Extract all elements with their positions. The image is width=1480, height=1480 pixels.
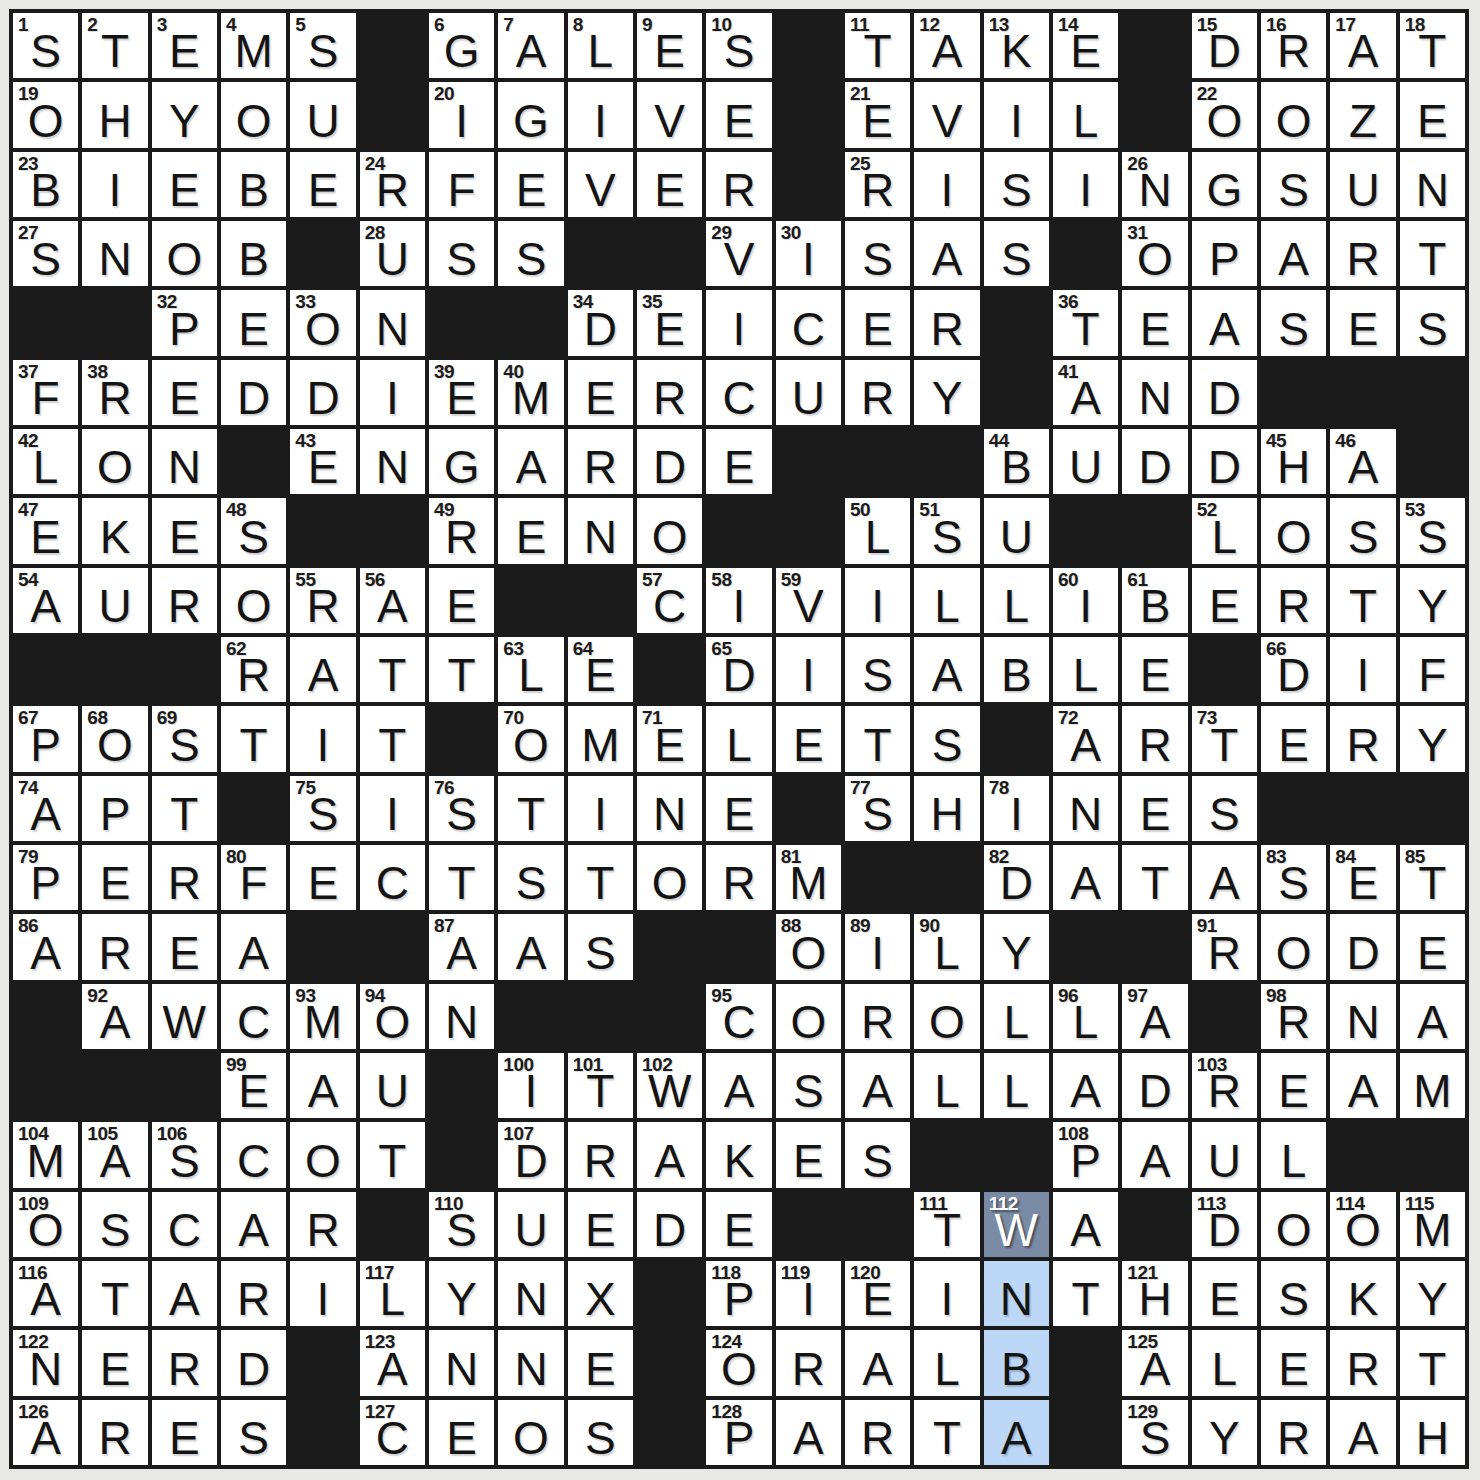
grid-cell-r6c1[interactable]: 37F [13, 360, 78, 425]
grid-cell-r15c2[interactable]: 92A [82, 984, 147, 1049]
grid-cell-r16c13[interactable]: A [845, 1053, 910, 1118]
grid-cell-r8c3[interactable]: E [152, 498, 217, 563]
grid-cell-r7c1[interactable]: 42L [13, 429, 78, 494]
grid-cell-r6c10[interactable]: R [637, 360, 702, 425]
grid-cell-r6c2[interactable]: 38R [82, 360, 147, 425]
grid-cell-r4c14[interactable]: A [914, 221, 979, 286]
grid-cell-r3c4[interactable]: B [221, 152, 286, 217]
grid-cell-r5c4[interactable]: E [221, 290, 286, 355]
grid-cell-r5c17[interactable]: E [1122, 290, 1187, 355]
grid-cell-r10c16[interactable]: L [1053, 637, 1118, 702]
grid-cell-r19c11[interactable]: 118P [706, 1261, 771, 1326]
grid-cell-r15c20[interactable]: N [1330, 984, 1395, 1049]
grid-cell-r12c18[interactable]: S [1192, 776, 1257, 841]
grid-cell-r5c19[interactable]: S [1261, 290, 1326, 355]
grid-cell-r17c18[interactable]: U [1192, 1122, 1257, 1187]
grid-cell-r20c2[interactable]: E [82, 1330, 147, 1395]
grid-cell-r11c17[interactable]: R [1122, 706, 1187, 771]
grid-cell-r14c21[interactable]: E [1400, 914, 1465, 979]
grid-cell-r10c6[interactable]: T [360, 637, 425, 702]
grid-cell-r12c2[interactable]: P [82, 776, 147, 841]
grid-cell-r4c2[interactable]: N [82, 221, 147, 286]
grid-cell-r14c1[interactable]: 86A [13, 914, 78, 979]
grid-cell-r18c8[interactable]: U [498, 1192, 563, 1257]
grid-cell-r5c9[interactable]: 34D [568, 290, 633, 355]
grid-cell-r3c2[interactable]: I [82, 152, 147, 217]
grid-cell-r10c11[interactable]: 65D [706, 637, 771, 702]
grid-cell-r9c10[interactable]: 57C [637, 568, 702, 633]
grid-cell-r3c19[interactable]: S [1261, 152, 1326, 217]
grid-cell-r7c7[interactable]: G [429, 429, 494, 494]
grid-cell-r17c11[interactable]: K [706, 1122, 771, 1187]
grid-cell-r16c17[interactable]: D [1122, 1053, 1187, 1118]
grid-cell-r16c15[interactable]: L [984, 1053, 1049, 1118]
grid-cell-r3c6[interactable]: 24R [360, 152, 425, 217]
grid-cell-r6c5[interactable]: D [290, 360, 355, 425]
grid-cell-r21c21[interactable]: H [1400, 1400, 1465, 1465]
grid-cell-r13c21[interactable]: 85T [1400, 845, 1465, 910]
grid-cell-r21c2[interactable]: R [82, 1400, 147, 1465]
grid-cell-r4c18[interactable]: P [1192, 221, 1257, 286]
grid-cell-r1c19[interactable]: 16R [1261, 13, 1326, 78]
grid-cell-r11c18[interactable]: 73T [1192, 706, 1257, 771]
grid-cell-r7c19[interactable]: 45H [1261, 429, 1326, 494]
grid-cell-r20c9[interactable]: E [568, 1330, 633, 1395]
grid-cell-r6c6[interactable]: I [360, 360, 425, 425]
grid-cell-r21c9[interactable]: S [568, 1400, 633, 1465]
grid-cell-r7c5[interactable]: 43E [290, 429, 355, 494]
grid-cell-r19c16[interactable]: T [1053, 1261, 1118, 1326]
grid-cell-r20c11[interactable]: 124O [706, 1330, 771, 1395]
grid-cell-r3c21[interactable]: N [1400, 152, 1465, 217]
grid-cell-r14c3[interactable]: E [152, 914, 217, 979]
grid-cell-r3c1[interactable]: 23B [13, 152, 78, 217]
grid-cell-r3c16[interactable]: I [1053, 152, 1118, 217]
grid-cell-r10c17[interactable]: E [1122, 637, 1187, 702]
grid-cell-r20c3[interactable]: R [152, 1330, 217, 1395]
grid-cell-r5c21[interactable]: S [1400, 290, 1465, 355]
grid-cell-r8c13[interactable]: 50L [845, 498, 910, 563]
grid-cell-r14c14[interactable]: 90L [914, 914, 979, 979]
grid-cell-r10c21[interactable]: F [1400, 637, 1465, 702]
grid-cell-r13c4[interactable]: 80F [221, 845, 286, 910]
grid-cell-r15c21[interactable]: A [1400, 984, 1465, 1049]
grid-cell-r8c4[interactable]: 48S [221, 498, 286, 563]
grid-cell-r21c7[interactable]: E [429, 1400, 494, 1465]
grid-cell-r9c16[interactable]: 60I [1053, 568, 1118, 633]
grid-cell-r9c15[interactable]: L [984, 568, 1049, 633]
grid-cell-r2c20[interactable]: Z [1330, 82, 1395, 147]
grid-cell-r13c1[interactable]: 79P [13, 845, 78, 910]
grid-cell-r3c18[interactable]: G [1192, 152, 1257, 217]
grid-cell-r14c15[interactable]: Y [984, 914, 1049, 979]
grid-cell-r16c8[interactable]: 100I [498, 1053, 563, 1118]
grid-cell-r13c7[interactable]: T [429, 845, 494, 910]
grid-cell-r13c15[interactable]: 82D [984, 845, 1049, 910]
grid-cell-r12c14[interactable]: H [914, 776, 979, 841]
grid-cell-r2c7[interactable]: 20I [429, 82, 494, 147]
grid-cell-r13c20[interactable]: 84E [1330, 845, 1395, 910]
grid-cell-r13c18[interactable]: A [1192, 845, 1257, 910]
grid-cell-r6c17[interactable]: N [1122, 360, 1187, 425]
grid-cell-r4c8[interactable]: S [498, 221, 563, 286]
grid-cell-r12c17[interactable]: E [1122, 776, 1187, 841]
grid-cell-r2c3[interactable]: Y [152, 82, 217, 147]
grid-cell-r13c19[interactable]: 83S [1261, 845, 1326, 910]
grid-cell-r16c12[interactable]: S [776, 1053, 841, 1118]
grid-cell-r15c17[interactable]: 97A [1122, 984, 1187, 1049]
grid-cell-r15c4[interactable]: C [221, 984, 286, 1049]
grid-cell-r9c17[interactable]: 61B [1122, 568, 1187, 633]
grid-cell-r18c16[interactable]: A [1053, 1192, 1118, 1257]
grid-cell-r12c3[interactable]: T [152, 776, 217, 841]
grid-cell-r12c6[interactable]: I [360, 776, 425, 841]
grid-cell-r20c17[interactable]: 125A [1122, 1330, 1187, 1395]
grid-cell-r4c15[interactable]: S [984, 221, 1049, 286]
grid-cell-r8c2[interactable]: K [82, 498, 147, 563]
grid-cell-r20c21[interactable]: T [1400, 1330, 1465, 1395]
grid-cell-r2c19[interactable]: O [1261, 82, 1326, 147]
grid-cell-r13c11[interactable]: R [706, 845, 771, 910]
grid-cell-r20c18[interactable]: L [1192, 1330, 1257, 1395]
grid-cell-r19c19[interactable]: S [1261, 1261, 1326, 1326]
grid-cell-r21c19[interactable]: R [1261, 1400, 1326, 1465]
grid-cell-r12c15[interactable]: 78I [984, 776, 1049, 841]
grid-cell-r4c7[interactable]: S [429, 221, 494, 286]
grid-cell-r18c21[interactable]: 115M [1400, 1192, 1465, 1257]
grid-cell-r9c2[interactable]: U [82, 568, 147, 633]
grid-cell-r8c10[interactable]: O [637, 498, 702, 563]
grid-cell-r21c15[interactable]: A [984, 1400, 1049, 1465]
grid-cell-r2c14[interactable]: V [914, 82, 979, 147]
grid-cell-r18c4[interactable]: A [221, 1192, 286, 1257]
grid-cell-r12c9[interactable]: I [568, 776, 633, 841]
grid-cell-r5c3[interactable]: 32P [152, 290, 217, 355]
grid-cell-r10c19[interactable]: 66D [1261, 637, 1326, 702]
grid-cell-r5c16[interactable]: 36T [1053, 290, 1118, 355]
grid-cell-r12c8[interactable]: T [498, 776, 563, 841]
grid-cell-r9c4[interactable]: O [221, 568, 286, 633]
grid-cell-r14c8[interactable]: A [498, 914, 563, 979]
grid-cell-r7c15[interactable]: 44B [984, 429, 1049, 494]
grid-cell-r8c7[interactable]: 49R [429, 498, 494, 563]
grid-cell-r6c16[interactable]: 41A [1053, 360, 1118, 425]
grid-cell-r21c6[interactable]: 127C [360, 1400, 425, 1465]
grid-cell-r11c12[interactable]: E [776, 706, 841, 771]
grid-cell-r11c11[interactable]: L [706, 706, 771, 771]
grid-cell-r14c20[interactable]: D [1330, 914, 1395, 979]
grid-cell-r3c11[interactable]: R [706, 152, 771, 217]
grid-cell-r6c12[interactable]: U [776, 360, 841, 425]
grid-cell-r8c15[interactable]: U [984, 498, 1049, 563]
grid-cell-r16c14[interactable]: L [914, 1053, 979, 1118]
grid-cell-r3c7[interactable]: F [429, 152, 494, 217]
grid-cell-r15c3[interactable]: W [152, 984, 217, 1049]
grid-cell-r6c11[interactable]: C [706, 360, 771, 425]
grid-cell-r6c8[interactable]: 40M [498, 360, 563, 425]
grid-cell-r9c18[interactable]: E [1192, 568, 1257, 633]
grid-cell-r20c12[interactable]: R [776, 1330, 841, 1395]
grid-cell-r19c17[interactable]: 121H [1122, 1261, 1187, 1326]
grid-cell-r7c3[interactable]: N [152, 429, 217, 494]
grid-cell-r16c11[interactable]: A [706, 1053, 771, 1118]
grid-cell-r8c14[interactable]: 51S [914, 498, 979, 563]
grid-cell-r13c16[interactable]: A [1053, 845, 1118, 910]
grid-cell-r18c7[interactable]: 110S [429, 1192, 494, 1257]
grid-cell-r11c21[interactable]: Y [1400, 706, 1465, 771]
grid-cell-r4c4[interactable]: B [221, 221, 286, 286]
grid-cell-r13c3[interactable]: R [152, 845, 217, 910]
grid-cell-r17c2[interactable]: 105A [82, 1122, 147, 1187]
grid-cell-r16c4[interactable]: 99E [221, 1053, 286, 1118]
grid-cell-r19c3[interactable]: A [152, 1261, 217, 1326]
grid-cell-r11c9[interactable]: M [568, 706, 633, 771]
grid-cell-r20c7[interactable]: N [429, 1330, 494, 1395]
grid-cell-r9c1[interactable]: 54A [13, 568, 78, 633]
grid-cell-r2c8[interactable]: G [498, 82, 563, 147]
grid-cell-r20c6[interactable]: 123A [360, 1330, 425, 1395]
grid-cell-r7c11[interactable]: E [706, 429, 771, 494]
grid-cell-r16c6[interactable]: U [360, 1053, 425, 1118]
grid-cell-r19c1[interactable]: 116A [13, 1261, 78, 1326]
grid-cell-r11c8[interactable]: 70O [498, 706, 563, 771]
grid-cell-r5c10[interactable]: 35E [637, 290, 702, 355]
grid-cell-r17c13[interactable]: S [845, 1122, 910, 1187]
grid-cell-r17c1[interactable]: 104M [13, 1122, 78, 1187]
grid-cell-r9c5[interactable]: 55R [290, 568, 355, 633]
grid-cell-r4c6[interactable]: 28U [360, 221, 425, 286]
grid-cell-r5c20[interactable]: E [1330, 290, 1395, 355]
grid-cell-r18c5[interactable]: R [290, 1192, 355, 1257]
grid-cell-r17c17[interactable]: A [1122, 1122, 1187, 1187]
grid-cell-r4c13[interactable]: S [845, 221, 910, 286]
grid-cell-r15c6[interactable]: 94O [360, 984, 425, 1049]
grid-cell-r12c11[interactable]: E [706, 776, 771, 841]
grid-cell-r19c2[interactable]: T [82, 1261, 147, 1326]
grid-cell-r11c14[interactable]: S [914, 706, 979, 771]
grid-cell-r20c19[interactable]: E [1261, 1330, 1326, 1395]
grid-cell-r14c18[interactable]: 91R [1192, 914, 1257, 979]
grid-cell-r1c11[interactable]: 10S [706, 13, 771, 78]
grid-cell-r8c8[interactable]: E [498, 498, 563, 563]
grid-cell-r19c7[interactable]: Y [429, 1261, 494, 1326]
grid-cell-r18c20[interactable]: 114O [1330, 1192, 1395, 1257]
grid-cell-r2c13[interactable]: 21E [845, 82, 910, 147]
grid-cell-r11c13[interactable]: T [845, 706, 910, 771]
grid-cell-r21c1[interactable]: 126A [13, 1400, 78, 1465]
grid-cell-r17c16[interactable]: 108P [1053, 1122, 1118, 1187]
grid-cell-r5c11[interactable]: I [706, 290, 771, 355]
grid-cell-r5c14[interactable]: R [914, 290, 979, 355]
grid-cell-r16c5[interactable]: A [290, 1053, 355, 1118]
grid-cell-r18c19[interactable]: O [1261, 1192, 1326, 1257]
grid-cell-r6c4[interactable]: D [221, 360, 286, 425]
grid-cell-r8c20[interactable]: S [1330, 498, 1395, 563]
grid-cell-r4c11[interactable]: 29V [706, 221, 771, 286]
grid-cell-r3c13[interactable]: 25R [845, 152, 910, 217]
grid-cell-r4c1[interactable]: 27S [13, 221, 78, 286]
grid-cell-r17c10[interactable]: A [637, 1122, 702, 1187]
grid-cell-r1c15[interactable]: 13K [984, 13, 1049, 78]
grid-cell-r15c19[interactable]: 98R [1261, 984, 1326, 1049]
grid-cell-r10c9[interactable]: 64E [568, 637, 633, 702]
grid-cell-r18c15[interactable]: 112W [984, 1192, 1049, 1257]
grid-cell-r21c4[interactable]: S [221, 1400, 286, 1465]
grid-cell-r18c9[interactable]: E [568, 1192, 633, 1257]
grid-cell-r2c4[interactable]: O [221, 82, 286, 147]
grid-cell-r21c17[interactable]: 129S [1122, 1400, 1187, 1465]
grid-cell-r2c11[interactable]: E [706, 82, 771, 147]
grid-cell-r10c12[interactable]: I [776, 637, 841, 702]
grid-cell-r18c10[interactable]: D [637, 1192, 702, 1257]
grid-cell-r1c3[interactable]: 3E [152, 13, 217, 78]
grid-cell-r3c10[interactable]: E [637, 152, 702, 217]
grid-cell-r10c4[interactable]: 62R [221, 637, 286, 702]
grid-cell-r3c5[interactable]: E [290, 152, 355, 217]
grid-cell-r1c20[interactable]: 17A [1330, 13, 1395, 78]
grid-cell-r2c9[interactable]: I [568, 82, 633, 147]
grid-cell-r19c4[interactable]: R [221, 1261, 286, 1326]
grid-cell-r9c21[interactable]: Y [1400, 568, 1465, 633]
grid-cell-r1c1[interactable]: 1S [13, 13, 78, 78]
grid-cell-r16c10[interactable]: 102W [637, 1053, 702, 1118]
grid-cell-r19c9[interactable]: X [568, 1261, 633, 1326]
grid-cell-r12c7[interactable]: 76S [429, 776, 494, 841]
grid-cell-r4c20[interactable]: R [1330, 221, 1395, 286]
grid-cell-r19c18[interactable]: E [1192, 1261, 1257, 1326]
grid-cell-r15c16[interactable]: 96L [1053, 984, 1118, 1049]
grid-cell-r13c6[interactable]: C [360, 845, 425, 910]
grid-cell-r10c5[interactable]: A [290, 637, 355, 702]
grid-cell-r4c17[interactable]: 31O [1122, 221, 1187, 286]
grid-cell-r6c13[interactable]: R [845, 360, 910, 425]
grid-cell-r21c13[interactable]: R [845, 1400, 910, 1465]
grid-cell-r3c15[interactable]: S [984, 152, 1049, 217]
grid-cell-r3c9[interactable]: V [568, 152, 633, 217]
grid-cell-r1c7[interactable]: 6G [429, 13, 494, 78]
grid-cell-r16c16[interactable]: A [1053, 1053, 1118, 1118]
grid-cell-r7c6[interactable]: N [360, 429, 425, 494]
grid-cell-r7c20[interactable]: 46A [1330, 429, 1395, 494]
grid-cell-r3c3[interactable]: E [152, 152, 217, 217]
grid-cell-r8c19[interactable]: O [1261, 498, 1326, 563]
grid-cell-r12c5[interactable]: 75S [290, 776, 355, 841]
grid-cell-r14c7[interactable]: 87A [429, 914, 494, 979]
grid-cell-r3c20[interactable]: U [1330, 152, 1395, 217]
grid-cell-r19c15[interactable]: N [984, 1261, 1049, 1326]
grid-cell-r16c20[interactable]: A [1330, 1053, 1395, 1118]
grid-cell-r17c9[interactable]: R [568, 1122, 633, 1187]
grid-cell-r14c9[interactable]: S [568, 914, 633, 979]
grid-cell-r20c14[interactable]: L [914, 1330, 979, 1395]
grid-cell-r4c12[interactable]: 30I [776, 221, 841, 286]
grid-cell-r18c14[interactable]: 111T [914, 1192, 979, 1257]
grid-cell-r4c3[interactable]: O [152, 221, 217, 286]
grid-cell-r12c10[interactable]: N [637, 776, 702, 841]
grid-cell-r8c1[interactable]: 47E [13, 498, 78, 563]
grid-cell-r11c4[interactable]: T [221, 706, 286, 771]
grid-cell-r12c1[interactable]: 74A [13, 776, 78, 841]
grid-cell-r8c21[interactable]: 53S [1400, 498, 1465, 563]
grid-cell-r2c15[interactable]: I [984, 82, 1049, 147]
grid-cell-r19c21[interactable]: Y [1400, 1261, 1465, 1326]
grid-cell-r1c9[interactable]: 8L [568, 13, 633, 78]
grid-cell-r21c8[interactable]: O [498, 1400, 563, 1465]
grid-cell-r21c18[interactable]: Y [1192, 1400, 1257, 1465]
grid-cell-r11c5[interactable]: I [290, 706, 355, 771]
grid-cell-r17c8[interactable]: 107D [498, 1122, 563, 1187]
grid-cell-r20c20[interactable]: R [1330, 1330, 1395, 1395]
grid-cell-r17c6[interactable]: T [360, 1122, 425, 1187]
grid-cell-r17c12[interactable]: E [776, 1122, 841, 1187]
grid-cell-r17c3[interactable]: 106S [152, 1122, 217, 1187]
grid-cell-r14c19[interactable]: O [1261, 914, 1326, 979]
grid-cell-r5c6[interactable]: N [360, 290, 425, 355]
grid-cell-r7c10[interactable]: D [637, 429, 702, 494]
grid-cell-r6c18[interactable]: D [1192, 360, 1257, 425]
grid-cell-r15c14[interactable]: O [914, 984, 979, 1049]
grid-cell-r9c6[interactable]: 56A [360, 568, 425, 633]
grid-cell-r2c2[interactable]: H [82, 82, 147, 147]
grid-cell-r6c9[interactable]: E [568, 360, 633, 425]
grid-cell-r11c6[interactable]: T [360, 706, 425, 771]
grid-cell-r10c8[interactable]: 63L [498, 637, 563, 702]
grid-cell-r3c17[interactable]: 26N [1122, 152, 1187, 217]
grid-cell-r2c1[interactable]: 19O [13, 82, 78, 147]
grid-cell-r8c9[interactable]: N [568, 498, 633, 563]
grid-cell-r13c8[interactable]: S [498, 845, 563, 910]
grid-cell-r19c5[interactable]: I [290, 1261, 355, 1326]
grid-cell-r21c3[interactable]: E [152, 1400, 217, 1465]
grid-cell-r1c2[interactable]: 2T [82, 13, 147, 78]
grid-cell-r15c7[interactable]: N [429, 984, 494, 1049]
grid-cell-r7c9[interactable]: R [568, 429, 633, 494]
grid-cell-r2c18[interactable]: 22O [1192, 82, 1257, 147]
grid-cell-r5c5[interactable]: 33O [290, 290, 355, 355]
grid-cell-r16c18[interactable]: 103R [1192, 1053, 1257, 1118]
grid-cell-r4c21[interactable]: T [1400, 221, 1465, 286]
grid-cell-r2c21[interactable]: E [1400, 82, 1465, 147]
grid-cell-r2c5[interactable]: U [290, 82, 355, 147]
grid-cell-r9c20[interactable]: T [1330, 568, 1395, 633]
grid-cell-r19c8[interactable]: N [498, 1261, 563, 1326]
grid-cell-r1c13[interactable]: 11T [845, 13, 910, 78]
grid-cell-r11c1[interactable]: 67P [13, 706, 78, 771]
grid-cell-r10c13[interactable]: S [845, 637, 910, 702]
grid-cell-r18c11[interactable]: E [706, 1192, 771, 1257]
grid-cell-r11c2[interactable]: 68O [82, 706, 147, 771]
grid-cell-r11c10[interactable]: 71E [637, 706, 702, 771]
grid-cell-r10c20[interactable]: I [1330, 637, 1395, 702]
grid-cell-r7c17[interactable]: D [1122, 429, 1187, 494]
grid-cell-r1c8[interactable]: 7A [498, 13, 563, 78]
grid-cell-r10c7[interactable]: T [429, 637, 494, 702]
grid-cell-r18c18[interactable]: 113D [1192, 1192, 1257, 1257]
grid-cell-r1c10[interactable]: 9E [637, 13, 702, 78]
grid-cell-r1c21[interactable]: 18T [1400, 13, 1465, 78]
grid-cell-r9c12[interactable]: 59V [776, 568, 841, 633]
grid-cell-r1c4[interactable]: 4M [221, 13, 286, 78]
grid-cell-r6c14[interactable]: Y [914, 360, 979, 425]
grid-cell-r13c10[interactable]: O [637, 845, 702, 910]
grid-cell-r13c17[interactable]: T [1122, 845, 1187, 910]
grid-cell-r16c21[interactable]: M [1400, 1053, 1465, 1118]
grid-cell-r1c14[interactable]: 12A [914, 13, 979, 78]
grid-cell-r10c15[interactable]: B [984, 637, 1049, 702]
grid-cell-r13c9[interactable]: T [568, 845, 633, 910]
grid-cell-r14c2[interactable]: R [82, 914, 147, 979]
grid-cell-r4c19[interactable]: A [1261, 221, 1326, 286]
